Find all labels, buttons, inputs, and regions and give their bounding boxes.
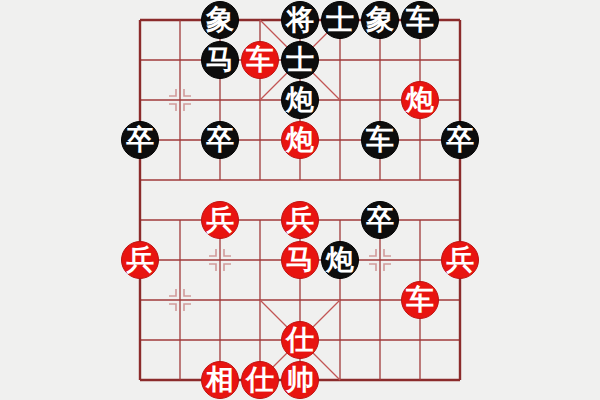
piece-red-soldier[interactable]: 兵 <box>201 201 239 239</box>
piece-black-cannon[interactable]: 炮 <box>281 81 319 119</box>
piece-red-advisor[interactable]: 仕 <box>281 321 319 359</box>
piece-black-advisor[interactable]: 士 <box>281 41 319 79</box>
piece-red-elephant[interactable]: 相 <box>201 361 239 399</box>
piece-black-elephant[interactable]: 象 <box>361 1 399 39</box>
piece-red-soldier[interactable]: 兵 <box>121 241 159 279</box>
piece-red-general[interactable]: 帅 <box>281 361 319 399</box>
piece-black-advisor[interactable]: 士 <box>321 1 359 39</box>
piece-black-soldier[interactable]: 卒 <box>361 201 399 239</box>
piece-red-cannon[interactable]: 炮 <box>401 81 439 119</box>
piece-red-advisor[interactable]: 仕 <box>241 361 279 399</box>
piece-red-soldier[interactable]: 兵 <box>441 241 479 279</box>
piece-red-horse[interactable]: 马 <box>281 241 319 279</box>
piece-red-rook[interactable]: 车 <box>241 41 279 79</box>
piece-black-cannon[interactable]: 炮 <box>321 241 359 279</box>
piece-black-rook[interactable]: 车 <box>361 121 399 159</box>
piece-red-soldier[interactable]: 兵 <box>281 201 319 239</box>
pieces-layer: 象将士象车马车士炮炮卒卒炮车卒兵兵卒兵马炮兵车仕相仕帅 <box>0 0 600 400</box>
piece-red-rook[interactable]: 车 <box>401 281 439 319</box>
xiangqi-board: 象将士象车马车士炮炮卒卒炮车卒兵兵卒兵马炮兵车仕相仕帅 <box>0 0 600 400</box>
piece-black-soldier[interactable]: 卒 <box>441 121 479 159</box>
piece-red-cannon[interactable]: 炮 <box>281 121 319 159</box>
piece-black-soldier[interactable]: 卒 <box>201 121 239 159</box>
piece-black-horse[interactable]: 马 <box>201 41 239 79</box>
piece-black-soldier[interactable]: 卒 <box>121 121 159 159</box>
piece-black-elephant[interactable]: 象 <box>201 1 239 39</box>
piece-black-general[interactable]: 将 <box>281 1 319 39</box>
piece-black-rook[interactable]: 车 <box>401 1 439 39</box>
